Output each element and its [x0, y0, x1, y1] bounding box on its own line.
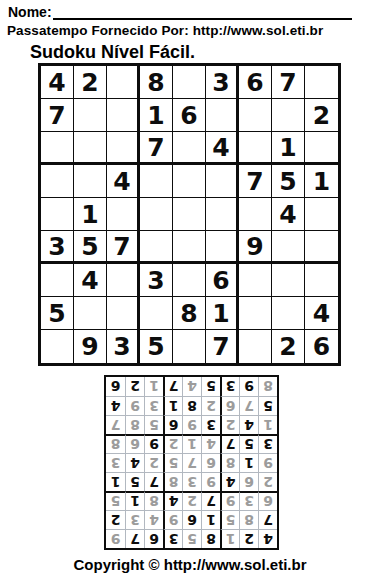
cell-r7c9[interactable] — [305, 264, 338, 297]
solution-cell-r6c5: 1 — [182, 434, 201, 453]
solution-cell-r5c9: 3 — [106, 453, 125, 472]
solution-cell-r1c7: 6 — [144, 529, 163, 548]
solution-cell-r7c5: 9 — [182, 415, 201, 434]
solution-cell-r2c6: 9 — [163, 510, 182, 529]
cell-r1c7: 6 — [239, 66, 272, 99]
cell-r8c9: 4 — [305, 297, 338, 330]
cell-r6c7: 9 — [239, 231, 272, 264]
cell-r6c4[interactable] — [140, 231, 173, 264]
solution-cell-r7c1: 1 — [258, 415, 277, 434]
cell-r4c2[interactable] — [74, 165, 107, 198]
cell-r9c3: 3 — [107, 330, 140, 363]
cell-r1c8: 7 — [272, 66, 305, 99]
cell-r5c9[interactable] — [305, 198, 338, 231]
cell-r7c5[interactable] — [173, 264, 206, 297]
cell-r6c2: 5 — [74, 231, 107, 264]
solution-cell-r9c1: 8 — [258, 377, 277, 396]
copyright-text: Copyright © http://www.sol.eti.br — [0, 556, 380, 573]
solution-cell-r7c9: 7 — [106, 415, 125, 434]
solution-cell-r3c4: 7 — [201, 491, 220, 510]
cell-r7c7[interactable] — [239, 264, 272, 297]
solution-cell-r6c7: 9 — [144, 434, 163, 453]
name-field[interactable] — [53, 3, 352, 20]
solution-cell-r8c7: 3 — [144, 396, 163, 415]
cell-r2c6[interactable] — [206, 99, 239, 132]
cell-r4c4[interactable] — [140, 165, 173, 198]
worksheet-page: { "game": "sudoku", "header": { "name_la… — [0, 0, 380, 585]
cell-r3c9[interactable] — [305, 132, 338, 165]
cell-r3c7[interactable] — [239, 132, 272, 165]
cell-r7c4: 3 — [140, 264, 173, 297]
solution-cell-r9c3: 3 — [220, 377, 239, 396]
solution-cell-r6c1: 3 — [258, 434, 277, 453]
cell-r4c5[interactable] — [173, 165, 206, 198]
solution-cell-r3c7: 8 — [144, 491, 163, 510]
cell-r1c9[interactable] — [305, 66, 338, 99]
solution-cell-r8c3: 6 — [220, 396, 239, 415]
cell-r4c3: 4 — [107, 165, 140, 198]
page-title: Sudoku Nível Fácil. — [30, 42, 195, 63]
cell-r9c4: 5 — [140, 330, 173, 363]
cell-r2c1: 7 — [41, 99, 74, 132]
cell-r3c1[interactable] — [41, 132, 74, 165]
cell-r7c1[interactable] — [41, 264, 74, 297]
solution-cell-r6c9: 8 — [106, 434, 125, 453]
solution-cell-r1c8: 7 — [125, 529, 144, 548]
cell-r1c6: 3 — [206, 66, 239, 99]
cell-r3c2[interactable] — [74, 132, 107, 165]
cell-r9c1[interactable] — [41, 330, 74, 363]
solution-cell-r7c6: 6 — [163, 415, 182, 434]
solution-cell-r3c6: 4 — [163, 491, 182, 510]
solution-cell-r8c4: 2 — [201, 396, 220, 415]
solution-cell-r2c9: 2 — [106, 510, 125, 529]
cell-r8c1: 5 — [41, 297, 74, 330]
cell-r4c9: 1 — [305, 165, 338, 198]
solution-cell-r5c6: 5 — [163, 453, 182, 472]
cell-r9c2: 9 — [74, 330, 107, 363]
cell-r1c2: 2 — [74, 66, 107, 99]
cell-r6c8[interactable] — [272, 231, 305, 264]
solution-cell-r9c2: 9 — [239, 377, 258, 396]
cell-r3c3[interactable] — [107, 132, 140, 165]
solution-cell-r9c9: 6 — [106, 377, 125, 396]
cell-r9c6: 7 — [206, 330, 239, 363]
solution-cell-r5c3: 8 — [220, 453, 239, 472]
cell-r6c5[interactable] — [173, 231, 206, 264]
solution-cell-r6c3: 7 — [220, 434, 239, 453]
solution-cell-r1c1: 4 — [258, 529, 277, 548]
solution-cell-r9c5: 4 — [182, 377, 201, 396]
solution-cell-r4c9: 1 — [106, 472, 125, 491]
solution-cell-r4c6: 8 — [163, 472, 182, 491]
solution-board-rotated: 4218536797851694326397248152649387519186… — [104, 375, 279, 550]
solution-cell-r8c9: 4 — [106, 396, 125, 415]
sudoku-board: 428367716274147511435794365814935726 — [38, 63, 341, 366]
solution-cell-r1c9: 9 — [106, 529, 125, 548]
solution-cell-r7c8: 8 — [125, 415, 144, 434]
solution-cell-r1c6: 3 — [163, 529, 182, 548]
cell-r7c2: 4 — [74, 264, 107, 297]
solution-cell-r6c4: 4 — [201, 434, 220, 453]
solution-cell-r4c2: 6 — [239, 472, 258, 491]
solution-cell-r9c7: 1 — [144, 377, 163, 396]
solution-cell-r5c7: 2 — [144, 453, 163, 472]
cell-r8c8[interactable] — [272, 297, 305, 330]
provided-by-text: Passatempo Fornecido Por: http://www.sol… — [7, 23, 323, 38]
solution-cell-r2c7: 4 — [144, 510, 163, 529]
cell-r7c8[interactable] — [272, 264, 305, 297]
cell-r4c1[interactable] — [41, 165, 74, 198]
solution-cell-r6c2: 5 — [239, 434, 258, 453]
solution-cell-r8c8: 9 — [125, 396, 144, 415]
cell-r8c2[interactable] — [74, 297, 107, 330]
solution-cell-r1c5: 5 — [182, 529, 201, 548]
cell-r5c3[interactable] — [107, 198, 140, 231]
cell-r8c3[interactable] — [107, 297, 140, 330]
solution-cell-r3c3: 9 — [220, 491, 239, 510]
cell-r3c6: 4 — [206, 132, 239, 165]
solution-cell-r6c6: 2 — [163, 434, 182, 453]
cell-r1c1: 4 — [41, 66, 74, 99]
solution-cell-r9c4: 5 — [201, 377, 220, 396]
solution-cell-r6c8: 6 — [125, 434, 144, 453]
cell-r1c4: 8 — [140, 66, 173, 99]
solution-cell-r5c1: 9 — [258, 453, 277, 472]
solution-cell-r7c7: 5 — [144, 415, 163, 434]
solution-cell-r1c4: 8 — [201, 529, 220, 548]
solution-cell-r2c3: 5 — [220, 510, 239, 529]
cell-r8c6: 1 — [206, 297, 239, 330]
solution-cell-r7c4: 3 — [201, 415, 220, 434]
cell-r6c3: 7 — [107, 231, 140, 264]
cell-r1c3[interactable] — [107, 66, 140, 99]
cell-r2c8[interactable] — [272, 99, 305, 132]
solution-cell-r2c8: 3 — [125, 510, 144, 529]
cell-r5c5[interactable] — [173, 198, 206, 231]
solution-cell-r4c1: 2 — [258, 472, 277, 491]
solution-cell-r3c2: 3 — [239, 491, 258, 510]
cell-r4c8: 5 — [272, 165, 305, 198]
cell-r4c6[interactable] — [206, 165, 239, 198]
solution-cell-r1c2: 2 — [239, 529, 258, 548]
solution-cell-r2c2: 8 — [239, 510, 258, 529]
cell-r5c1[interactable] — [41, 198, 74, 231]
solution-cell-r8c1: 5 — [258, 396, 277, 415]
cell-r7c3[interactable] — [107, 264, 140, 297]
cell-r2c2[interactable] — [74, 99, 107, 132]
cell-r9c7[interactable] — [239, 330, 272, 363]
cell-r9c5[interactable] — [173, 330, 206, 363]
solution-cell-r3c5: 2 — [182, 491, 201, 510]
solution-cell-r3c8: 1 — [125, 491, 144, 510]
cell-r6c1: 3 — [41, 231, 74, 264]
solution-cell-r2c1: 7 — [258, 510, 277, 529]
cell-r2c5: 6 — [173, 99, 206, 132]
cell-r2c7[interactable] — [239, 99, 272, 132]
cell-r9c9: 6 — [305, 330, 338, 363]
solution-cell-r1c3: 1 — [220, 529, 239, 548]
solution-cell-r2c5: 6 — [182, 510, 201, 529]
solution-cell-r5c4: 6 — [201, 453, 220, 472]
cell-r5c2: 1 — [74, 198, 107, 231]
cell-r5c4[interactable] — [140, 198, 173, 231]
cell-r8c5: 8 — [173, 297, 206, 330]
cell-r6c6[interactable] — [206, 231, 239, 264]
solution-cell-r7c3: 2 — [220, 415, 239, 434]
cell-r8c7[interactable] — [239, 297, 272, 330]
solution-cell-r9c6: 7 — [163, 377, 182, 396]
solution-cell-r9c8: 2 — [125, 377, 144, 396]
solution-cell-r4c5: 3 — [182, 472, 201, 491]
cell-r5c7[interactable] — [239, 198, 272, 231]
cell-r2c3[interactable] — [107, 99, 140, 132]
cell-r4c7: 7 — [239, 165, 272, 198]
cell-r3c8: 1 — [272, 132, 305, 165]
cell-r3c5[interactable] — [173, 132, 206, 165]
solution-cell-r2c4: 1 — [201, 510, 220, 529]
solution-cell-r5c5: 7 — [182, 453, 201, 472]
cell-r8c4[interactable] — [140, 297, 173, 330]
solution-cell-r8c5: 8 — [182, 396, 201, 415]
cell-r5c6[interactable] — [206, 198, 239, 231]
cell-r2c9: 2 — [305, 99, 338, 132]
solution-cell-r3c9: 5 — [106, 491, 125, 510]
cell-r5c8: 4 — [272, 198, 305, 231]
cell-r9c8: 2 — [272, 330, 305, 363]
cell-r3c4: 7 — [140, 132, 173, 165]
solution-cell-r8c6: 1 — [163, 396, 182, 415]
solution-cell-r5c2: 1 — [239, 453, 258, 472]
cell-r2c4: 1 — [140, 99, 173, 132]
solution-cell-r7c2: 4 — [239, 415, 258, 434]
solution-cell-r4c7: 7 — [144, 472, 163, 491]
solution-cell-r5c8: 4 — [125, 453, 144, 472]
cell-r7c6: 6 — [206, 264, 239, 297]
solution-cell-r4c4: 9 — [201, 472, 220, 491]
name-row: Nome: — [8, 3, 352, 20]
name-label: Nome: — [8, 4, 52, 20]
cell-r6c9[interactable] — [305, 231, 338, 264]
solution-cell-r4c8: 5 — [125, 472, 144, 491]
solution-cell-r3c1: 6 — [258, 491, 277, 510]
cell-r1c5[interactable] — [173, 66, 206, 99]
solution-cell-r8c2: 7 — [239, 396, 258, 415]
solution-cell-r4c3: 4 — [220, 472, 239, 491]
